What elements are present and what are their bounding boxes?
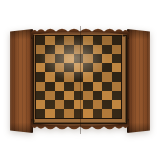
board-square[interactable]	[83, 72, 92, 81]
board-square[interactable]	[93, 91, 102, 100]
board-square[interactable]	[112, 100, 121, 109]
board-square[interactable]	[93, 36, 102, 45]
board-square[interactable]	[112, 54, 121, 63]
board-square[interactable]	[36, 36, 45, 45]
board-square[interactable]	[102, 63, 111, 72]
board-square[interactable]	[64, 36, 73, 45]
board-square[interactable]	[45, 100, 54, 109]
board-square[interactable]	[45, 82, 54, 91]
board-square[interactable]	[36, 72, 45, 81]
board-square[interactable]	[74, 91, 83, 100]
board-square[interactable]	[74, 63, 83, 72]
board-square[interactable]	[64, 91, 73, 100]
board-square[interactable]	[55, 45, 64, 54]
board-square[interactable]	[45, 91, 54, 100]
board-square[interactable]	[83, 36, 92, 45]
board-square[interactable]	[112, 109, 121, 118]
board-square[interactable]	[112, 72, 121, 81]
board-square[interactable]	[102, 45, 111, 54]
right-side-panel	[127, 29, 150, 133]
board-square[interactable]	[64, 100, 73, 109]
board-square[interactable]	[64, 109, 73, 118]
board-square[interactable]	[36, 100, 45, 109]
board-square[interactable]	[93, 54, 102, 63]
board-square[interactable]	[74, 72, 83, 81]
board-square[interactable]	[112, 63, 121, 72]
game-board	[10, 24, 150, 138]
board-square[interactable]	[93, 63, 102, 72]
board-square[interactable]	[74, 82, 83, 91]
board-square[interactable]	[64, 63, 73, 72]
board-square[interactable]	[93, 109, 102, 118]
board-square[interactable]	[83, 82, 92, 91]
board-square[interactable]	[36, 54, 45, 63]
board-square[interactable]	[102, 109, 111, 118]
board-square[interactable]	[64, 82, 73, 91]
board-square[interactable]	[45, 45, 54, 54]
board-square[interactable]	[74, 100, 83, 109]
board-square[interactable]	[112, 91, 121, 100]
board-square[interactable]	[112, 82, 121, 91]
board-square[interactable]	[83, 54, 92, 63]
board-square[interactable]	[83, 91, 92, 100]
board-square[interactable]	[93, 82, 102, 91]
board-square[interactable]	[74, 45, 83, 54]
board-square[interactable]	[102, 72, 111, 81]
board-square[interactable]	[83, 63, 92, 72]
board-square[interactable]	[36, 91, 45, 100]
board-square[interactable]	[45, 63, 54, 72]
board-square[interactable]	[64, 54, 73, 63]
board-square[interactable]	[45, 54, 54, 63]
board-square[interactable]	[112, 45, 121, 54]
board-square[interactable]	[55, 100, 64, 109]
board-square[interactable]	[36, 109, 45, 118]
board-square[interactable]	[102, 100, 111, 109]
board-square[interactable]	[102, 82, 111, 91]
board-square[interactable]	[55, 63, 64, 72]
board-square[interactable]	[64, 72, 73, 81]
board-square[interactable]	[74, 36, 83, 45]
board-square[interactable]	[93, 72, 102, 81]
left-side-panel	[10, 29, 33, 133]
board-square[interactable]	[83, 100, 92, 109]
board-square[interactable]	[55, 36, 64, 45]
board-square[interactable]	[83, 109, 92, 118]
board-square[interactable]	[36, 45, 45, 54]
board-square[interactable]	[55, 91, 64, 100]
checkerboard-grid	[36, 36, 121, 118]
board-square[interactable]	[112, 36, 121, 45]
board-square[interactable]	[93, 45, 102, 54]
board-square[interactable]	[55, 82, 64, 91]
board-square[interactable]	[36, 82, 45, 91]
board-square[interactable]	[55, 72, 64, 81]
board-square[interactable]	[102, 91, 111, 100]
board-square[interactable]	[64, 45, 73, 54]
board-square[interactable]	[93, 100, 102, 109]
board-square[interactable]	[55, 54, 64, 63]
board-square[interactable]	[102, 36, 111, 45]
board-square[interactable]	[36, 63, 45, 72]
board-square[interactable]	[102, 54, 111, 63]
board-square[interactable]	[45, 109, 54, 118]
board-square[interactable]	[45, 36, 54, 45]
board-square[interactable]	[74, 54, 83, 63]
photo-background	[0, 0, 160, 160]
board-square[interactable]	[83, 45, 92, 54]
board-square[interactable]	[45, 72, 54, 81]
board-square[interactable]	[74, 109, 83, 118]
board-square[interactable]	[55, 109, 64, 118]
